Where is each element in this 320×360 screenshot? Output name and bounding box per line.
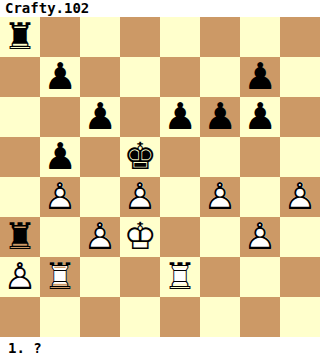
square-a6[interactable] [0,97,40,137]
square-e5[interactable] [160,137,200,177]
square-b6[interactable] [40,97,80,137]
square-d6[interactable] [120,97,160,137]
square-c1[interactable] [80,297,120,337]
white-pawn-icon: ♟♙ [203,177,236,217]
square-c4[interactable] [80,177,120,217]
square-b5[interactable]: ♟ [40,137,80,177]
square-f8[interactable] [200,17,240,57]
black-pawn-icon: ♟ [43,57,76,97]
square-g6[interactable]: ♟ [240,97,280,137]
black-rook-icon: ♜ [3,17,36,57]
square-c3[interactable]: ♟♙ [80,217,120,257]
square-f6[interactable]: ♟ [200,97,240,137]
window-title: Crafty.102 [0,0,320,17]
white-pawn-icon: ♟♙ [43,177,76,217]
square-a2[interactable]: ♟♙ [0,257,40,297]
black-pawn-icon: ♟ [83,97,116,137]
square-b7[interactable]: ♟ [40,57,80,97]
square-a1[interactable] [0,297,40,337]
square-g7[interactable]: ♟ [240,57,280,97]
square-a7[interactable] [0,57,40,97]
square-g8[interactable] [240,17,280,57]
white-pawn-icon: ♟♙ [243,217,276,257]
square-d3[interactable]: ♚♔ [120,217,160,257]
square-d2[interactable] [120,257,160,297]
square-b2[interactable]: ♜♖ [40,257,80,297]
square-d4[interactable]: ♟♙ [120,177,160,217]
square-g3[interactable]: ♟♙ [240,217,280,257]
square-e1[interactable] [160,297,200,337]
square-c7[interactable] [80,57,120,97]
square-f5[interactable] [200,137,240,177]
square-e8[interactable] [160,17,200,57]
black-king-icon: ♚ [123,137,156,177]
black-pawn-icon: ♟ [163,97,196,137]
square-b8[interactable] [40,17,80,57]
square-e4[interactable] [160,177,200,217]
move-prompt: 1. ? [0,337,320,360]
white-pawn-icon: ♟♙ [283,177,316,217]
square-e3[interactable] [160,217,200,257]
square-h3[interactable] [280,217,320,257]
square-c6[interactable]: ♟ [80,97,120,137]
square-e7[interactable] [160,57,200,97]
square-e2[interactable]: ♜♖ [160,257,200,297]
square-e6[interactable]: ♟ [160,97,200,137]
white-rook-icon: ♜♖ [43,257,76,297]
black-pawn-icon: ♟ [243,97,276,137]
square-h2[interactable] [280,257,320,297]
square-a5[interactable] [0,137,40,177]
square-g5[interactable] [240,137,280,177]
square-h8[interactable] [280,17,320,57]
square-f7[interactable] [200,57,240,97]
black-rook-icon: ♜ [3,217,36,257]
square-d5[interactable]: ♚ [120,137,160,177]
square-f2[interactable] [200,257,240,297]
white-pawn-icon: ♟♙ [83,217,116,257]
square-h7[interactable] [280,57,320,97]
square-d7[interactable] [120,57,160,97]
square-h6[interactable] [280,97,320,137]
square-a4[interactable] [0,177,40,217]
chess-app-window: Crafty.102 ♜♟♟♟♟♟♟♟♚♟♙♟♙♟♙♟♙♜♟♙♚♔♟♙♟♙♜♖♜… [0,0,320,360]
white-pawn-icon: ♟♙ [3,257,36,297]
square-g4[interactable] [240,177,280,217]
square-b1[interactable] [40,297,80,337]
square-h4[interactable]: ♟♙ [280,177,320,217]
square-g2[interactable] [240,257,280,297]
white-rook-icon: ♜♖ [163,257,196,297]
square-g1[interactable] [240,297,280,337]
square-f1[interactable] [200,297,240,337]
square-c5[interactable] [80,137,120,177]
black-pawn-icon: ♟ [243,57,276,97]
square-c8[interactable] [80,17,120,57]
black-pawn-icon: ♟ [43,137,76,177]
square-b3[interactable] [40,217,80,257]
square-a8[interactable]: ♜ [0,17,40,57]
square-b4[interactable]: ♟♙ [40,177,80,217]
black-pawn-icon: ♟ [203,97,236,137]
square-d8[interactable] [120,17,160,57]
square-f3[interactable] [200,217,240,257]
square-f4[interactable]: ♟♙ [200,177,240,217]
square-a3[interactable]: ♜ [0,217,40,257]
square-c2[interactable] [80,257,120,297]
white-king-icon: ♚♔ [123,217,156,257]
chess-board: ♜♟♟♟♟♟♟♟♚♟♙♟♙♟♙♟♙♜♟♙♚♔♟♙♟♙♜♖♜♖ [0,17,320,337]
square-d1[interactable] [120,297,160,337]
square-h1[interactable] [280,297,320,337]
white-pawn-icon: ♟♙ [123,177,156,217]
square-h5[interactable] [280,137,320,177]
